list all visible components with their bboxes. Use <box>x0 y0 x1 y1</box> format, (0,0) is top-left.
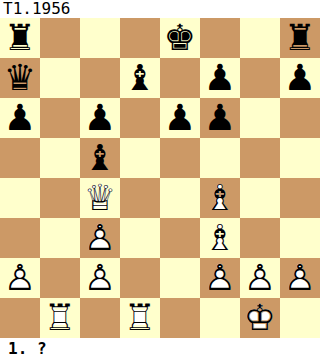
square-c1[interactable] <box>80 298 120 338</box>
square-c5[interactable]: ♝ <box>80 138 120 178</box>
square-g2[interactable]: ♟♙ <box>240 258 280 298</box>
square-g8[interactable] <box>240 18 280 58</box>
chess-board: ♜♚♜♛♝♟♟♟♟♟♟♝♛♕♝♗♟♙♝♗♟♙♟♙♟♙♟♙♟♙♜♖♜♖♚♔ <box>0 18 320 338</box>
square-h8[interactable]: ♜ <box>280 18 320 58</box>
square-g4[interactable] <box>240 178 280 218</box>
white-pawn-piece: ♟♙ <box>80 218 120 258</box>
square-b2[interactable] <box>40 258 80 298</box>
puzzle-title: T1.1956 <box>0 0 320 18</box>
square-c4[interactable]: ♛♕ <box>80 178 120 218</box>
square-f8[interactable] <box>200 18 240 58</box>
black-pawn-piece: ♟ <box>160 98 200 138</box>
white-queen-piece: ♛♕ <box>80 178 120 218</box>
square-a8[interactable]: ♜ <box>0 18 40 58</box>
black-pawn-piece: ♟ <box>80 98 120 138</box>
square-d6[interactable] <box>120 98 160 138</box>
square-d7[interactable]: ♝ <box>120 58 160 98</box>
white-rook-piece: ♜♖ <box>40 298 80 338</box>
chess-puzzle-page: T1.1956 ♜♚♜♛♝♟♟♟♟♟♟♝♛♕♝♗♟♙♝♗♟♙♟♙♟♙♟♙♟♙♜♖… <box>0 0 320 360</box>
square-h3[interactable] <box>280 218 320 258</box>
square-d8[interactable] <box>120 18 160 58</box>
white-pawn-piece: ♟♙ <box>0 258 40 298</box>
square-e7[interactable] <box>160 58 200 98</box>
square-h5[interactable] <box>280 138 320 178</box>
square-b4[interactable] <box>40 178 80 218</box>
black-bishop-piece: ♝ <box>120 58 160 98</box>
black-pawn-piece: ♟ <box>200 98 240 138</box>
square-h1[interactable] <box>280 298 320 338</box>
square-a4[interactable] <box>0 178 40 218</box>
square-b5[interactable] <box>40 138 80 178</box>
square-f2[interactable]: ♟♙ <box>200 258 240 298</box>
square-a3[interactable] <box>0 218 40 258</box>
square-c3[interactable]: ♟♙ <box>80 218 120 258</box>
square-f3[interactable]: ♝♗ <box>200 218 240 258</box>
black-pawn-piece: ♟ <box>0 98 40 138</box>
square-b7[interactable] <box>40 58 80 98</box>
square-e3[interactable] <box>160 218 200 258</box>
square-e8[interactable]: ♚ <box>160 18 200 58</box>
square-a6[interactable]: ♟ <box>0 98 40 138</box>
black-pawn-piece: ♟ <box>200 58 240 98</box>
square-c6[interactable]: ♟ <box>80 98 120 138</box>
square-f7[interactable]: ♟ <box>200 58 240 98</box>
black-bishop-piece: ♝ <box>80 138 120 178</box>
square-c8[interactable] <box>80 18 120 58</box>
square-e4[interactable] <box>160 178 200 218</box>
white-rook-piece: ♜♖ <box>120 298 160 338</box>
square-d1[interactable]: ♜♖ <box>120 298 160 338</box>
square-g1[interactable]: ♚♔ <box>240 298 280 338</box>
square-b6[interactable] <box>40 98 80 138</box>
square-f4[interactable]: ♝♗ <box>200 178 240 218</box>
black-rook-piece: ♜ <box>280 18 320 58</box>
white-pawn-piece: ♟♙ <box>240 258 280 298</box>
square-f5[interactable] <box>200 138 240 178</box>
square-h6[interactable] <box>280 98 320 138</box>
square-g7[interactable] <box>240 58 280 98</box>
square-g6[interactable] <box>240 98 280 138</box>
black-queen-piece: ♛ <box>0 58 40 98</box>
black-king-piece: ♚ <box>160 18 200 58</box>
white-pawn-piece: ♟♙ <box>80 258 120 298</box>
square-e5[interactable] <box>160 138 200 178</box>
square-h4[interactable] <box>280 178 320 218</box>
square-e2[interactable] <box>160 258 200 298</box>
square-f6[interactable]: ♟ <box>200 98 240 138</box>
move-prompt: 1. ? <box>0 338 320 360</box>
square-d4[interactable] <box>120 178 160 218</box>
square-b3[interactable] <box>40 218 80 258</box>
white-bishop-piece: ♝♗ <box>200 178 240 218</box>
square-c2[interactable]: ♟♙ <box>80 258 120 298</box>
white-king-piece: ♚♔ <box>240 298 280 338</box>
square-b1[interactable]: ♜♖ <box>40 298 80 338</box>
square-h2[interactable]: ♟♙ <box>280 258 320 298</box>
black-pawn-piece: ♟ <box>280 58 320 98</box>
square-g3[interactable] <box>240 218 280 258</box>
square-a7[interactable]: ♛ <box>0 58 40 98</box>
square-g5[interactable] <box>240 138 280 178</box>
square-e6[interactable]: ♟ <box>160 98 200 138</box>
square-f1[interactable] <box>200 298 240 338</box>
white-bishop-piece: ♝♗ <box>200 218 240 258</box>
white-pawn-piece: ♟♙ <box>280 258 320 298</box>
square-d3[interactable] <box>120 218 160 258</box>
square-a1[interactable] <box>0 298 40 338</box>
square-c7[interactable] <box>80 58 120 98</box>
square-e1[interactable] <box>160 298 200 338</box>
square-b8[interactable] <box>40 18 80 58</box>
square-h7[interactable]: ♟ <box>280 58 320 98</box>
square-a5[interactable] <box>0 138 40 178</box>
black-rook-piece: ♜ <box>0 18 40 58</box>
white-pawn-piece: ♟♙ <box>200 258 240 298</box>
square-a2[interactable]: ♟♙ <box>0 258 40 298</box>
square-d5[interactable] <box>120 138 160 178</box>
square-d2[interactable] <box>120 258 160 298</box>
